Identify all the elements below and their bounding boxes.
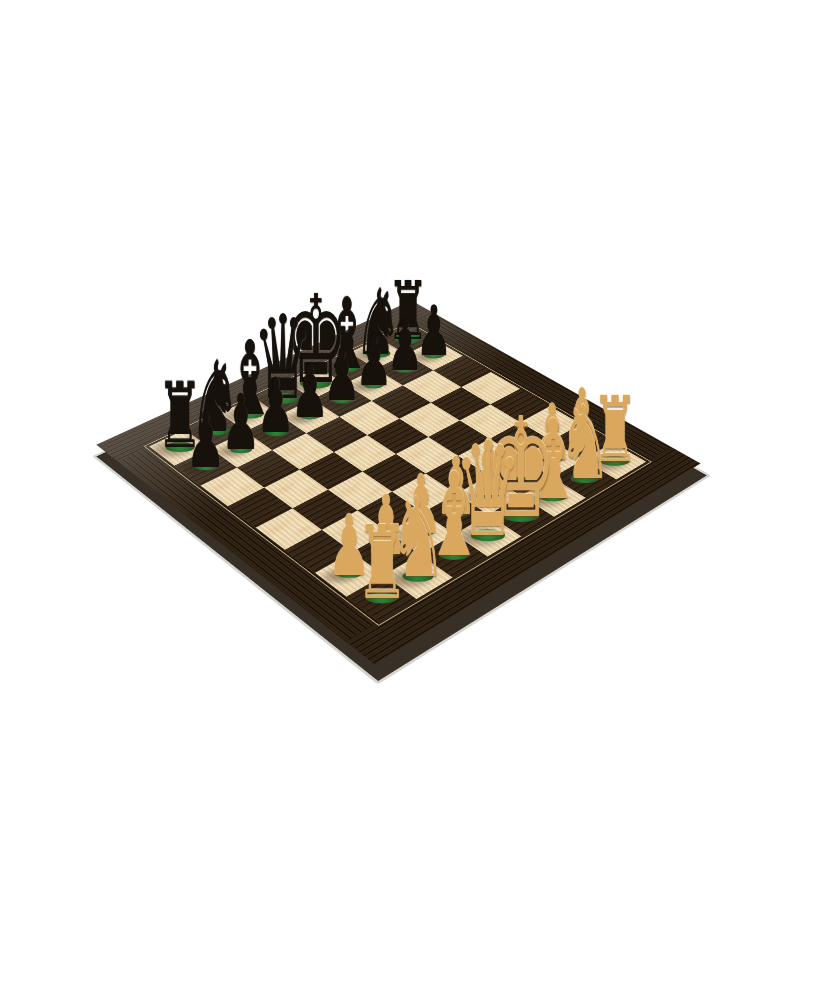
chess-board [96, 301, 700, 665]
product-photo: ♜♞♝♛♚♝♞♜♟♟♟♟♟♟♟♟♟♟♟♟♟♟♟♟♜♞♝♛♚♝♞♜ [0, 0, 819, 1000]
playing-area [149, 325, 646, 622]
